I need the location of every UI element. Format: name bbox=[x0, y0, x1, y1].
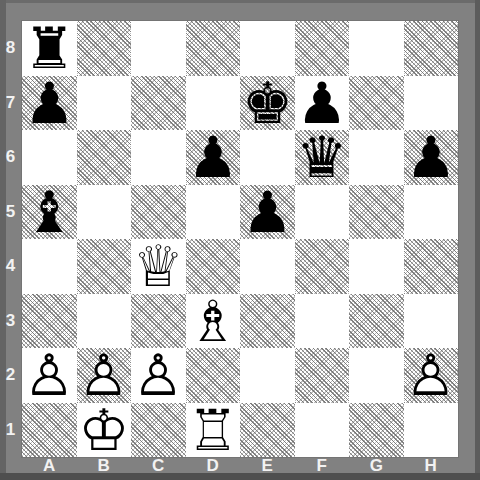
square-g1[interactable] bbox=[349, 403, 404, 458]
rank-label-6: 6 bbox=[1, 130, 20, 185]
square-c6[interactable] bbox=[131, 130, 186, 185]
square-f5[interactable] bbox=[295, 185, 350, 240]
square-d6[interactable]: ♟ bbox=[186, 130, 241, 185]
square-g7[interactable] bbox=[349, 76, 404, 131]
square-e3[interactable] bbox=[240, 294, 295, 349]
square-d1[interactable]: ♜♖ bbox=[186, 403, 241, 458]
frame-edge-top bbox=[0, 0, 480, 3]
square-b6[interactable] bbox=[77, 130, 132, 185]
square-h7[interactable] bbox=[404, 76, 459, 131]
square-b7[interactable] bbox=[77, 76, 132, 131]
square-g3[interactable] bbox=[349, 294, 404, 349]
piece-outline: ♙ bbox=[133, 342, 184, 408]
black-pawn-piece[interactable]: ♟ bbox=[24, 76, 75, 130]
white-rook-piece[interactable]: ♜♖ bbox=[187, 403, 238, 457]
square-d7[interactable] bbox=[186, 76, 241, 131]
rank-label-2: 2 bbox=[1, 348, 20, 403]
rank-label-5: 5 bbox=[1, 185, 20, 240]
square-f6[interactable]: ♛ bbox=[295, 130, 350, 185]
square-f1[interactable] bbox=[295, 403, 350, 458]
square-d5[interactable] bbox=[186, 185, 241, 240]
piece-outline: ♔ bbox=[78, 397, 129, 463]
square-g8[interactable] bbox=[349, 21, 404, 76]
square-c7[interactable] bbox=[131, 76, 186, 131]
square-c1[interactable] bbox=[131, 403, 186, 458]
square-c5[interactable] bbox=[131, 185, 186, 240]
square-e6[interactable] bbox=[240, 130, 295, 185]
white-pawn-piece[interactable]: ♟♙ bbox=[78, 348, 129, 402]
square-e7[interactable]: ♚ bbox=[240, 76, 295, 131]
board-frame: ♜♟♚♟♟♛♟♝♟♛♕♝♗♟♙♟♙♟♙♟♙♚♔♜♖ 87654321 ABCDE… bbox=[0, 0, 480, 480]
square-a4[interactable] bbox=[22, 239, 77, 294]
piece-outline: ♙ bbox=[405, 342, 456, 408]
square-f4[interactable] bbox=[295, 239, 350, 294]
square-h4[interactable] bbox=[404, 239, 459, 294]
file-label-H: H bbox=[404, 456, 459, 476]
square-c3[interactable] bbox=[131, 294, 186, 349]
file-label-C: C bbox=[131, 456, 186, 476]
white-pawn-piece[interactable]: ♟♙ bbox=[24, 348, 75, 402]
square-c2[interactable]: ♟♙ bbox=[131, 348, 186, 403]
square-a8[interactable]: ♜ bbox=[22, 21, 77, 76]
white-pawn-piece[interactable]: ♟♙ bbox=[405, 348, 456, 402]
square-e2[interactable] bbox=[240, 348, 295, 403]
square-g6[interactable] bbox=[349, 130, 404, 185]
square-b1[interactable]: ♚♔ bbox=[77, 403, 132, 458]
square-f7[interactable]: ♟ bbox=[295, 76, 350, 131]
black-pawn-piece[interactable]: ♟ bbox=[405, 130, 456, 184]
rank-label-8: 8 bbox=[1, 21, 20, 76]
square-d8[interactable] bbox=[186, 21, 241, 76]
square-h8[interactable] bbox=[404, 21, 459, 76]
file-label-A: A bbox=[22, 456, 77, 476]
board[interactable]: ♜♟♚♟♟♛♟♝♟♛♕♝♗♟♙♟♙♟♙♟♙♚♔♜♖ bbox=[22, 21, 458, 457]
square-e1[interactable] bbox=[240, 403, 295, 458]
square-a7[interactable]: ♟ bbox=[22, 76, 77, 131]
rank-label-7: 7 bbox=[1, 76, 20, 131]
square-c8[interactable] bbox=[131, 21, 186, 76]
square-c4[interactable]: ♛♕ bbox=[131, 239, 186, 294]
square-h3[interactable] bbox=[404, 294, 459, 349]
black-bishop-piece[interactable]: ♝ bbox=[24, 185, 75, 239]
square-h6[interactable]: ♟ bbox=[404, 130, 459, 185]
rank-label-4: 4 bbox=[1, 239, 20, 294]
frame-edge-right bbox=[475, 0, 480, 480]
square-d2[interactable] bbox=[186, 348, 241, 403]
black-rook-piece[interactable]: ♜ bbox=[24, 21, 75, 75]
square-b5[interactable] bbox=[77, 185, 132, 240]
file-label-F: F bbox=[295, 456, 350, 476]
square-g4[interactable] bbox=[349, 239, 404, 294]
square-b4[interactable] bbox=[77, 239, 132, 294]
square-h5[interactable] bbox=[404, 185, 459, 240]
file-label-E: E bbox=[240, 456, 295, 476]
piece-outline: ♖ bbox=[187, 397, 238, 463]
white-bishop-piece[interactable]: ♝♗ bbox=[187, 294, 238, 348]
square-a2[interactable]: ♟♙ bbox=[22, 348, 77, 403]
file-label-D: D bbox=[186, 456, 241, 476]
square-a1[interactable] bbox=[22, 403, 77, 458]
square-b2[interactable]: ♟♙ bbox=[77, 348, 132, 403]
white-queen-piece[interactable]: ♛♕ bbox=[133, 239, 184, 293]
square-a5[interactable]: ♝ bbox=[22, 185, 77, 240]
square-a6[interactable] bbox=[22, 130, 77, 185]
file-label-G: G bbox=[349, 456, 404, 476]
square-e8[interactable] bbox=[240, 21, 295, 76]
square-g2[interactable] bbox=[349, 348, 404, 403]
file-label-B: B bbox=[77, 456, 132, 476]
piece-outline: ♕ bbox=[133, 233, 184, 299]
piece-outline: ♙ bbox=[24, 342, 75, 408]
black-pawn-piece[interactable]: ♟ bbox=[242, 185, 293, 239]
black-queen-piece[interactable]: ♛ bbox=[296, 130, 347, 184]
square-g5[interactable] bbox=[349, 185, 404, 240]
black-pawn-piece[interactable]: ♟ bbox=[296, 76, 347, 130]
black-pawn-piece[interactable]: ♟ bbox=[187, 130, 238, 184]
rank-label-1: 1 bbox=[1, 403, 20, 458]
black-king-piece[interactable]: ♚ bbox=[242, 76, 293, 130]
square-e5[interactable]: ♟ bbox=[240, 185, 295, 240]
square-b3[interactable] bbox=[77, 294, 132, 349]
square-d4[interactable] bbox=[186, 239, 241, 294]
square-h2[interactable]: ♟♙ bbox=[404, 348, 459, 403]
square-e4[interactable] bbox=[240, 239, 295, 294]
square-d3[interactable]: ♝♗ bbox=[186, 294, 241, 349]
square-a3[interactable] bbox=[22, 294, 77, 349]
piece-outline: ♗ bbox=[187, 288, 238, 354]
square-f3[interactable] bbox=[295, 294, 350, 349]
white-king-piece[interactable]: ♚♔ bbox=[78, 403, 129, 457]
rank-label-3: 3 bbox=[1, 294, 20, 349]
square-f2[interactable] bbox=[295, 348, 350, 403]
square-h1[interactable] bbox=[404, 403, 459, 458]
white-pawn-piece[interactable]: ♟♙ bbox=[133, 348, 184, 402]
square-b8[interactable] bbox=[77, 21, 132, 76]
square-f8[interactable] bbox=[295, 21, 350, 76]
